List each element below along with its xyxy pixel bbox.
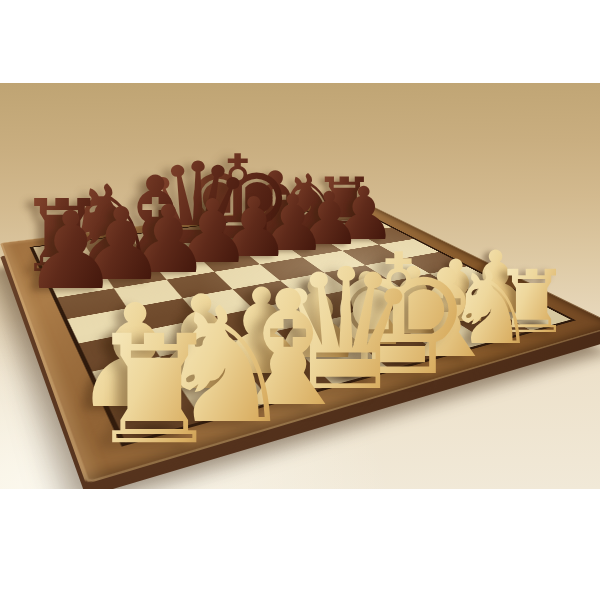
photo-margin-top — [0, 0, 600, 83]
piece-white-rook-a1[interactable]: ♜ — [87, 316, 221, 466]
product-photo: ♜♞♝♛♚♝♞♜♟♟♟♟♟♟♟♟♟♟♟♟♟♟♟♟♜♞♝♛♚♝♞♜ — [0, 0, 600, 600]
photo-margin-bottom — [0, 489, 600, 600]
